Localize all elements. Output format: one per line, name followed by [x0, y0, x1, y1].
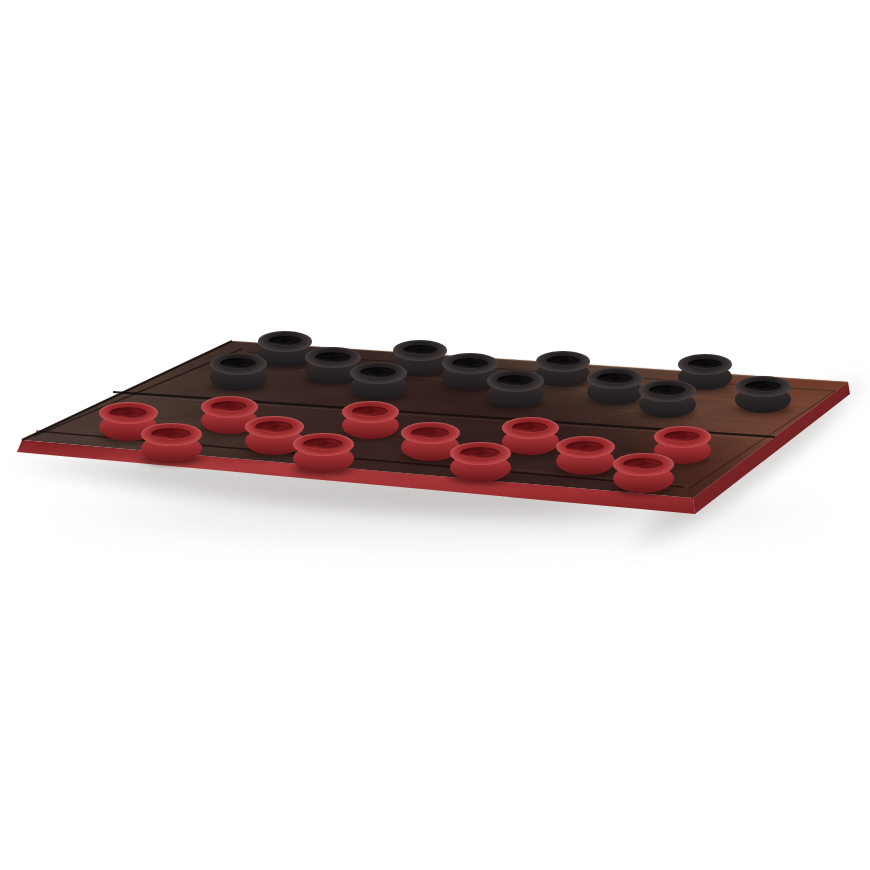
piece-top-recess — [151, 428, 190, 440]
checker-black[interactable] — [587, 368, 643, 405]
piece-top-recess — [566, 441, 604, 453]
checker-black[interactable] — [639, 380, 696, 418]
piece-top-recess — [460, 447, 499, 459]
checker-red[interactable] — [450, 442, 511, 482]
checker-red[interactable] — [141, 423, 202, 463]
checker-black[interactable] — [350, 362, 407, 400]
piece-top-recess — [745, 381, 781, 392]
piece-top-recess — [109, 407, 147, 419]
checker-black[interactable] — [210, 353, 267, 391]
piece-top-recess — [315, 352, 351, 363]
checkers-product-photo — [0, 0, 870, 870]
checker-black[interactable] — [536, 351, 590, 387]
piece-top-recess — [411, 427, 449, 439]
checker-black[interactable] — [487, 370, 544, 408]
checker-black[interactable] — [735, 376, 791, 413]
piece-top-recess — [255, 421, 293, 433]
checker-red[interactable] — [613, 453, 674, 493]
piece-top-recess — [597, 373, 633, 384]
checker-red[interactable] — [556, 436, 615, 475]
piece-top-recess — [303, 438, 342, 450]
piece-top-recess — [623, 458, 662, 470]
piece-top-recess — [452, 358, 488, 369]
checker-red[interactable] — [293, 433, 354, 473]
